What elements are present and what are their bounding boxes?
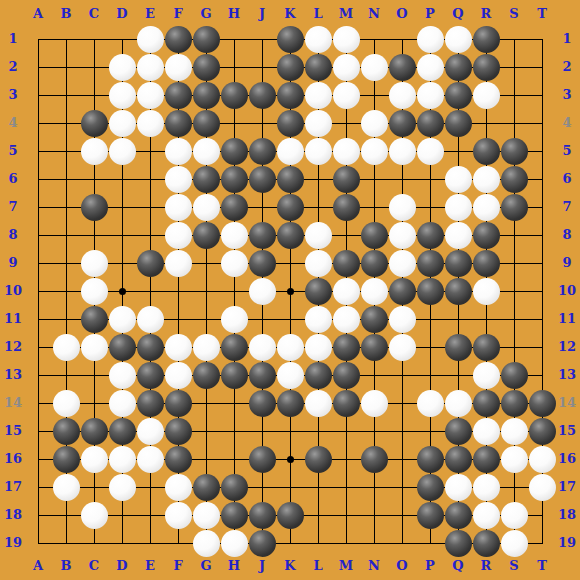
- intersection-Q1[interactable]: [444, 25, 472, 53]
- intersection-M6[interactable]: [332, 165, 360, 193]
- intersection-G18[interactable]: [192, 501, 220, 529]
- intersection-J8[interactable]: [248, 221, 276, 249]
- intersection-O9[interactable]: [388, 249, 416, 277]
- intersection-N18[interactable]: [360, 501, 388, 529]
- intersection-B16[interactable]: [52, 445, 80, 473]
- intersection-J3[interactable]: [248, 81, 276, 109]
- intersection-Q3[interactable]: [444, 81, 472, 109]
- intersection-S18[interactable]: [500, 501, 528, 529]
- intersection-P13[interactable]: [416, 361, 444, 389]
- intersection-R3[interactable]: [472, 81, 500, 109]
- intersection-B4[interactable]: [52, 109, 80, 137]
- intersection-G16[interactable]: [192, 445, 220, 473]
- intersection-T2[interactable]: [528, 53, 556, 81]
- intersection-T8[interactable]: [528, 221, 556, 249]
- intersection-M18[interactable]: [332, 501, 360, 529]
- intersection-C5[interactable]: [80, 137, 108, 165]
- intersection-K1[interactable]: [276, 25, 304, 53]
- intersection-C6[interactable]: [80, 165, 108, 193]
- intersection-P14[interactable]: [416, 389, 444, 417]
- intersection-K4[interactable]: [276, 109, 304, 137]
- intersection-P18[interactable]: [416, 501, 444, 529]
- intersection-O2[interactable]: [388, 53, 416, 81]
- intersection-B9[interactable]: [52, 249, 80, 277]
- intersection-E11[interactable]: [136, 305, 164, 333]
- intersection-C11[interactable]: [80, 305, 108, 333]
- intersection-L11[interactable]: [304, 305, 332, 333]
- intersection-M14[interactable]: [332, 389, 360, 417]
- intersection-E19[interactable]: [136, 529, 164, 557]
- intersection-N15[interactable]: [360, 417, 388, 445]
- intersection-G7[interactable]: [192, 193, 220, 221]
- intersection-G9[interactable]: [192, 249, 220, 277]
- intersection-R19[interactable]: [472, 529, 500, 557]
- intersection-K14[interactable]: [276, 389, 304, 417]
- intersection-L3[interactable]: [304, 81, 332, 109]
- intersection-O10[interactable]: [388, 277, 416, 305]
- intersection-S13[interactable]: [500, 361, 528, 389]
- intersection-H17[interactable]: [220, 473, 248, 501]
- intersection-E17[interactable]: [136, 473, 164, 501]
- intersection-A9[interactable]: [24, 249, 52, 277]
- intersection-P15[interactable]: [416, 417, 444, 445]
- intersection-D10[interactable]: [108, 277, 136, 305]
- intersection-N5[interactable]: [360, 137, 388, 165]
- intersection-T5[interactable]: [528, 137, 556, 165]
- intersection-T1[interactable]: [528, 25, 556, 53]
- intersection-B19[interactable]: [52, 529, 80, 557]
- intersection-M7[interactable]: [332, 193, 360, 221]
- intersection-P4[interactable]: [416, 109, 444, 137]
- intersection-D8[interactable]: [108, 221, 136, 249]
- intersection-Q8[interactable]: [444, 221, 472, 249]
- intersection-O13[interactable]: [388, 361, 416, 389]
- intersection-F5[interactable]: [164, 137, 192, 165]
- intersection-T19[interactable]: [528, 529, 556, 557]
- intersection-N9[interactable]: [360, 249, 388, 277]
- intersection-C1[interactable]: [80, 25, 108, 53]
- intersection-H18[interactable]: [220, 501, 248, 529]
- intersection-L16[interactable]: [304, 445, 332, 473]
- intersection-G10[interactable]: [192, 277, 220, 305]
- intersection-B14[interactable]: [52, 389, 80, 417]
- intersection-A2[interactable]: [24, 53, 52, 81]
- intersection-C14[interactable]: [80, 389, 108, 417]
- intersection-L15[interactable]: [304, 417, 332, 445]
- intersection-Q11[interactable]: [444, 305, 472, 333]
- intersection-A8[interactable]: [24, 221, 52, 249]
- intersection-P3[interactable]: [416, 81, 444, 109]
- intersection-B12[interactable]: [52, 333, 80, 361]
- intersection-Q14[interactable]: [444, 389, 472, 417]
- intersection-N13[interactable]: [360, 361, 388, 389]
- intersection-A17[interactable]: [24, 473, 52, 501]
- intersection-P10[interactable]: [416, 277, 444, 305]
- intersection-M3[interactable]: [332, 81, 360, 109]
- intersection-N1[interactable]: [360, 25, 388, 53]
- intersection-L6[interactable]: [304, 165, 332, 193]
- intersection-H2[interactable]: [220, 53, 248, 81]
- intersection-S15[interactable]: [500, 417, 528, 445]
- intersection-B1[interactable]: [52, 25, 80, 53]
- intersection-E16[interactable]: [136, 445, 164, 473]
- intersection-E13[interactable]: [136, 361, 164, 389]
- intersection-F6[interactable]: [164, 165, 192, 193]
- intersection-P8[interactable]: [416, 221, 444, 249]
- intersection-O8[interactable]: [388, 221, 416, 249]
- intersection-G12[interactable]: [192, 333, 220, 361]
- intersection-B7[interactable]: [52, 193, 80, 221]
- intersection-S4[interactable]: [500, 109, 528, 137]
- intersection-N12[interactable]: [360, 333, 388, 361]
- intersection-G3[interactable]: [192, 81, 220, 109]
- intersection-K7[interactable]: [276, 193, 304, 221]
- intersection-Q15[interactable]: [444, 417, 472, 445]
- intersection-R9[interactable]: [472, 249, 500, 277]
- intersection-D14[interactable]: [108, 389, 136, 417]
- intersection-L12[interactable]: [304, 333, 332, 361]
- intersection-C18[interactable]: [80, 501, 108, 529]
- intersection-Q12[interactable]: [444, 333, 472, 361]
- intersection-H14[interactable]: [220, 389, 248, 417]
- intersection-C4[interactable]: [80, 109, 108, 137]
- intersection-L5[interactable]: [304, 137, 332, 165]
- intersection-R13[interactable]: [472, 361, 500, 389]
- intersection-G8[interactable]: [192, 221, 220, 249]
- intersection-D5[interactable]: [108, 137, 136, 165]
- intersection-A14[interactable]: [24, 389, 52, 417]
- intersection-C17[interactable]: [80, 473, 108, 501]
- intersection-T14[interactable]: [528, 389, 556, 417]
- intersection-O12[interactable]: [388, 333, 416, 361]
- intersection-S3[interactable]: [500, 81, 528, 109]
- intersection-G1[interactable]: [192, 25, 220, 53]
- intersection-M9[interactable]: [332, 249, 360, 277]
- intersection-M8[interactable]: [332, 221, 360, 249]
- intersection-N3[interactable]: [360, 81, 388, 109]
- intersection-J6[interactable]: [248, 165, 276, 193]
- intersection-N10[interactable]: [360, 277, 388, 305]
- intersection-J9[interactable]: [248, 249, 276, 277]
- intersection-L17[interactable]: [304, 473, 332, 501]
- intersection-F4[interactable]: [164, 109, 192, 137]
- intersection-G4[interactable]: [192, 109, 220, 137]
- intersection-S19[interactable]: [500, 529, 528, 557]
- intersection-M1[interactable]: [332, 25, 360, 53]
- intersection-K5[interactable]: [276, 137, 304, 165]
- intersection-S1[interactable]: [500, 25, 528, 53]
- intersection-S12[interactable]: [500, 333, 528, 361]
- intersection-C16[interactable]: [80, 445, 108, 473]
- intersection-O15[interactable]: [388, 417, 416, 445]
- intersection-S17[interactable]: [500, 473, 528, 501]
- intersection-H7[interactable]: [220, 193, 248, 221]
- intersection-J11[interactable]: [248, 305, 276, 333]
- intersection-F10[interactable]: [164, 277, 192, 305]
- intersection-C12[interactable]: [80, 333, 108, 361]
- intersection-C13[interactable]: [80, 361, 108, 389]
- intersection-P7[interactable]: [416, 193, 444, 221]
- intersection-J12[interactable]: [248, 333, 276, 361]
- intersection-E15[interactable]: [136, 417, 164, 445]
- intersection-R7[interactable]: [472, 193, 500, 221]
- intersection-H5[interactable]: [220, 137, 248, 165]
- intersection-B8[interactable]: [52, 221, 80, 249]
- intersection-E14[interactable]: [136, 389, 164, 417]
- intersection-F2[interactable]: [164, 53, 192, 81]
- intersection-M19[interactable]: [332, 529, 360, 557]
- intersection-M10[interactable]: [332, 277, 360, 305]
- intersection-S8[interactable]: [500, 221, 528, 249]
- intersection-O16[interactable]: [388, 445, 416, 473]
- intersection-K3[interactable]: [276, 81, 304, 109]
- intersection-T17[interactable]: [528, 473, 556, 501]
- intersection-R5[interactable]: [472, 137, 500, 165]
- intersection-F15[interactable]: [164, 417, 192, 445]
- intersection-P9[interactable]: [416, 249, 444, 277]
- intersection-K2[interactable]: [276, 53, 304, 81]
- intersection-N8[interactable]: [360, 221, 388, 249]
- intersection-S11[interactable]: [500, 305, 528, 333]
- intersection-N4[interactable]: [360, 109, 388, 137]
- intersection-N14[interactable]: [360, 389, 388, 417]
- intersection-O1[interactable]: [388, 25, 416, 53]
- intersection-H1[interactable]: [220, 25, 248, 53]
- intersection-H13[interactable]: [220, 361, 248, 389]
- intersection-S16[interactable]: [500, 445, 528, 473]
- intersection-K19[interactable]: [276, 529, 304, 557]
- intersection-C7[interactable]: [80, 193, 108, 221]
- intersection-H19[interactable]: [220, 529, 248, 557]
- intersection-F17[interactable]: [164, 473, 192, 501]
- intersection-J18[interactable]: [248, 501, 276, 529]
- intersection-D13[interactable]: [108, 361, 136, 389]
- intersection-Q18[interactable]: [444, 501, 472, 529]
- intersection-Q19[interactable]: [444, 529, 472, 557]
- intersection-R10[interactable]: [472, 277, 500, 305]
- intersection-M15[interactable]: [332, 417, 360, 445]
- intersection-H9[interactable]: [220, 249, 248, 277]
- intersection-D2[interactable]: [108, 53, 136, 81]
- intersection-R11[interactable]: [472, 305, 500, 333]
- intersection-R17[interactable]: [472, 473, 500, 501]
- intersection-A11[interactable]: [24, 305, 52, 333]
- intersection-L7[interactable]: [304, 193, 332, 221]
- intersection-N16[interactable]: [360, 445, 388, 473]
- intersection-G14[interactable]: [192, 389, 220, 417]
- intersection-O3[interactable]: [388, 81, 416, 109]
- intersection-S5[interactable]: [500, 137, 528, 165]
- intersection-Q9[interactable]: [444, 249, 472, 277]
- intersection-T18[interactable]: [528, 501, 556, 529]
- intersection-F19[interactable]: [164, 529, 192, 557]
- intersection-D19[interactable]: [108, 529, 136, 557]
- intersection-J13[interactable]: [248, 361, 276, 389]
- intersection-Q5[interactable]: [444, 137, 472, 165]
- intersection-R2[interactable]: [472, 53, 500, 81]
- intersection-F7[interactable]: [164, 193, 192, 221]
- intersection-P2[interactable]: [416, 53, 444, 81]
- intersection-A18[interactable]: [24, 501, 52, 529]
- intersection-C10[interactable]: [80, 277, 108, 305]
- intersection-K13[interactable]: [276, 361, 304, 389]
- intersection-A16[interactable]: [24, 445, 52, 473]
- intersection-P17[interactable]: [416, 473, 444, 501]
- intersection-N6[interactable]: [360, 165, 388, 193]
- intersection-O5[interactable]: [388, 137, 416, 165]
- intersection-C9[interactable]: [80, 249, 108, 277]
- intersection-B15[interactable]: [52, 417, 80, 445]
- intersection-B17[interactable]: [52, 473, 80, 501]
- intersection-O4[interactable]: [388, 109, 416, 137]
- intersection-S7[interactable]: [500, 193, 528, 221]
- intersection-L9[interactable]: [304, 249, 332, 277]
- intersection-D12[interactable]: [108, 333, 136, 361]
- intersection-G2[interactable]: [192, 53, 220, 81]
- intersection-G19[interactable]: [192, 529, 220, 557]
- intersection-F3[interactable]: [164, 81, 192, 109]
- intersection-B3[interactable]: [52, 81, 80, 109]
- intersection-Q6[interactable]: [444, 165, 472, 193]
- intersection-N17[interactable]: [360, 473, 388, 501]
- intersection-P11[interactable]: [416, 305, 444, 333]
- intersection-O11[interactable]: [388, 305, 416, 333]
- intersection-L13[interactable]: [304, 361, 332, 389]
- intersection-O7[interactable]: [388, 193, 416, 221]
- intersection-A6[interactable]: [24, 165, 52, 193]
- intersection-D7[interactable]: [108, 193, 136, 221]
- intersection-F11[interactable]: [164, 305, 192, 333]
- intersection-L8[interactable]: [304, 221, 332, 249]
- intersection-E4[interactable]: [136, 109, 164, 137]
- intersection-P5[interactable]: [416, 137, 444, 165]
- intersection-K12[interactable]: [276, 333, 304, 361]
- intersection-G5[interactable]: [192, 137, 220, 165]
- intersection-P1[interactable]: [416, 25, 444, 53]
- intersection-K11[interactable]: [276, 305, 304, 333]
- intersection-O14[interactable]: [388, 389, 416, 417]
- intersection-S6[interactable]: [500, 165, 528, 193]
- intersection-C2[interactable]: [80, 53, 108, 81]
- intersection-G13[interactable]: [192, 361, 220, 389]
- intersection-T10[interactable]: [528, 277, 556, 305]
- intersection-M16[interactable]: [332, 445, 360, 473]
- intersection-A19[interactable]: [24, 529, 52, 557]
- intersection-E9[interactable]: [136, 249, 164, 277]
- intersection-D15[interactable]: [108, 417, 136, 445]
- intersection-T7[interactable]: [528, 193, 556, 221]
- intersection-J1[interactable]: [248, 25, 276, 53]
- intersection-T12[interactable]: [528, 333, 556, 361]
- intersection-B2[interactable]: [52, 53, 80, 81]
- intersection-F14[interactable]: [164, 389, 192, 417]
- intersection-Q10[interactable]: [444, 277, 472, 305]
- intersection-Q16[interactable]: [444, 445, 472, 473]
- intersection-O19[interactable]: [388, 529, 416, 557]
- intersection-K17[interactable]: [276, 473, 304, 501]
- intersection-M4[interactable]: [332, 109, 360, 137]
- intersection-K16[interactable]: [276, 445, 304, 473]
- intersection-M5[interactable]: [332, 137, 360, 165]
- intersection-R15[interactable]: [472, 417, 500, 445]
- intersection-R6[interactable]: [472, 165, 500, 193]
- intersection-T9[interactable]: [528, 249, 556, 277]
- intersection-D1[interactable]: [108, 25, 136, 53]
- intersection-L2[interactable]: [304, 53, 332, 81]
- intersection-B13[interactable]: [52, 361, 80, 389]
- intersection-J2[interactable]: [248, 53, 276, 81]
- intersection-K9[interactable]: [276, 249, 304, 277]
- intersection-J15[interactable]: [248, 417, 276, 445]
- intersection-N19[interactable]: [360, 529, 388, 557]
- intersection-E2[interactable]: [136, 53, 164, 81]
- intersection-R18[interactable]: [472, 501, 500, 529]
- intersection-D17[interactable]: [108, 473, 136, 501]
- intersection-G6[interactable]: [192, 165, 220, 193]
- intersection-E5[interactable]: [136, 137, 164, 165]
- intersection-F13[interactable]: [164, 361, 192, 389]
- intersection-T4[interactable]: [528, 109, 556, 137]
- intersection-D11[interactable]: [108, 305, 136, 333]
- intersection-D4[interactable]: [108, 109, 136, 137]
- intersection-P12[interactable]: [416, 333, 444, 361]
- intersection-K18[interactable]: [276, 501, 304, 529]
- intersection-O18[interactable]: [388, 501, 416, 529]
- intersection-M13[interactable]: [332, 361, 360, 389]
- intersection-A12[interactable]: [24, 333, 52, 361]
- intersection-J19[interactable]: [248, 529, 276, 557]
- intersection-B11[interactable]: [52, 305, 80, 333]
- intersection-D9[interactable]: [108, 249, 136, 277]
- intersection-H12[interactable]: [220, 333, 248, 361]
- intersection-R14[interactable]: [472, 389, 500, 417]
- intersection-G17[interactable]: [192, 473, 220, 501]
- intersection-A13[interactable]: [24, 361, 52, 389]
- intersection-F8[interactable]: [164, 221, 192, 249]
- intersection-B10[interactable]: [52, 277, 80, 305]
- intersection-J17[interactable]: [248, 473, 276, 501]
- intersection-B18[interactable]: [52, 501, 80, 529]
- intersection-K15[interactable]: [276, 417, 304, 445]
- intersection-P19[interactable]: [416, 529, 444, 557]
- intersection-A5[interactable]: [24, 137, 52, 165]
- intersection-A3[interactable]: [24, 81, 52, 109]
- intersection-F12[interactable]: [164, 333, 192, 361]
- intersection-S14[interactable]: [500, 389, 528, 417]
- intersection-D6[interactable]: [108, 165, 136, 193]
- intersection-A1[interactable]: [24, 25, 52, 53]
- intersection-S10[interactable]: [500, 277, 528, 305]
- intersection-L10[interactable]: [304, 277, 332, 305]
- intersection-T11[interactable]: [528, 305, 556, 333]
- intersection-Q7[interactable]: [444, 193, 472, 221]
- intersection-E3[interactable]: [136, 81, 164, 109]
- intersection-F9[interactable]: [164, 249, 192, 277]
- intersection-F18[interactable]: [164, 501, 192, 529]
- intersection-D3[interactable]: [108, 81, 136, 109]
- intersection-K10[interactable]: [276, 277, 304, 305]
- intersection-A4[interactable]: [24, 109, 52, 137]
- intersection-T13[interactable]: [528, 361, 556, 389]
- intersection-O6[interactable]: [388, 165, 416, 193]
- intersection-T6[interactable]: [528, 165, 556, 193]
- intersection-J14[interactable]: [248, 389, 276, 417]
- intersection-F1[interactable]: [164, 25, 192, 53]
- intersection-J7[interactable]: [248, 193, 276, 221]
- intersection-J4[interactable]: [248, 109, 276, 137]
- intersection-H8[interactable]: [220, 221, 248, 249]
- intersection-P16[interactable]: [416, 445, 444, 473]
